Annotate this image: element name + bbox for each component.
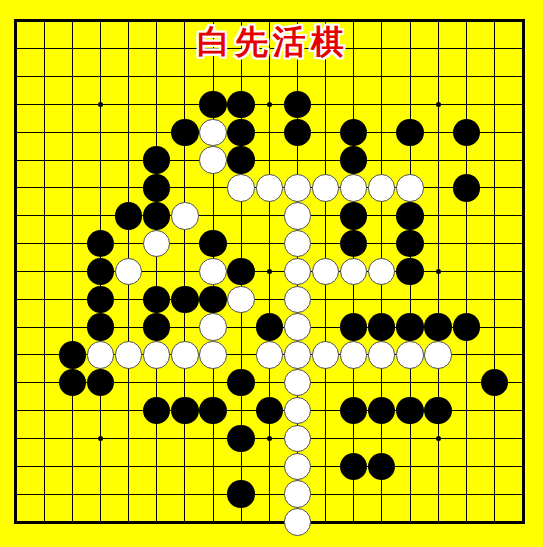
board-intersection[interactable]: [480, 313, 508, 341]
board-intersection[interactable]: [283, 508, 311, 536]
board-intersection[interactable]: [396, 508, 424, 536]
board-intersection[interactable]: [508, 230, 536, 258]
board-intersection[interactable]: [58, 397, 86, 425]
board-intersection[interactable]: [508, 63, 536, 91]
board-intersection[interactable]: [340, 118, 368, 146]
board-intersection[interactable]: [311, 425, 339, 453]
board-intersection[interactable]: [424, 313, 452, 341]
board-intersection[interactable]: [227, 341, 255, 369]
board-intersection[interactable]: [58, 452, 86, 480]
board-intersection[interactable]: [508, 174, 536, 202]
board-intersection[interactable]: [114, 7, 142, 35]
board-intersection[interactable]: [199, 146, 227, 174]
board-intersection[interactable]: [283, 91, 311, 119]
board-intersection[interactable]: [480, 202, 508, 230]
board-intersection[interactable]: [143, 369, 171, 397]
board-intersection[interactable]: [86, 452, 114, 480]
board-intersection[interactable]: [283, 202, 311, 230]
board-intersection[interactable]: [143, 285, 171, 313]
board-intersection[interactable]: [255, 452, 283, 480]
board-intersection[interactable]: [86, 146, 114, 174]
board-intersection[interactable]: [311, 508, 339, 536]
board-intersection[interactable]: [30, 313, 58, 341]
board-intersection[interactable]: [424, 146, 452, 174]
board-intersection[interactable]: [283, 369, 311, 397]
board-intersection[interactable]: [424, 452, 452, 480]
board-intersection[interactable]: [255, 146, 283, 174]
board-intersection[interactable]: [227, 91, 255, 119]
board-intersection[interactable]: [311, 202, 339, 230]
board-intersection[interactable]: [227, 258, 255, 286]
board-intersection[interactable]: [58, 35, 86, 63]
board-intersection[interactable]: [58, 91, 86, 119]
board-intersection[interactable]: [283, 146, 311, 174]
board-intersection[interactable]: [171, 369, 199, 397]
board-intersection[interactable]: [114, 91, 142, 119]
board-intersection[interactable]: [114, 63, 142, 91]
board-intersection[interactable]: [30, 230, 58, 258]
board-intersection[interactable]: [255, 91, 283, 119]
board-intersection[interactable]: [452, 7, 480, 35]
board-intersection[interactable]: [368, 452, 396, 480]
board-intersection[interactable]: [255, 480, 283, 508]
board-intersection[interactable]: [368, 397, 396, 425]
board-intersection[interactable]: [30, 35, 58, 63]
board-intersection[interactable]: [452, 202, 480, 230]
board-intersection[interactable]: [340, 174, 368, 202]
board-intersection[interactable]: [227, 174, 255, 202]
board-intersection[interactable]: [424, 118, 452, 146]
board-intersection[interactable]: [368, 230, 396, 258]
board-intersection[interactable]: [227, 313, 255, 341]
board-intersection[interactable]: [143, 63, 171, 91]
board-intersection[interactable]: [480, 146, 508, 174]
board-intersection[interactable]: [508, 425, 536, 453]
board-intersection[interactable]: [480, 425, 508, 453]
board-intersection[interactable]: [58, 285, 86, 313]
board-intersection[interactable]: [368, 146, 396, 174]
board-intersection[interactable]: [86, 397, 114, 425]
board-intersection[interactable]: [143, 341, 171, 369]
board-intersection[interactable]: [452, 425, 480, 453]
board-intersection[interactable]: [227, 230, 255, 258]
board-intersection[interactable]: [311, 174, 339, 202]
board-intersection[interactable]: [143, 397, 171, 425]
go-board[interactable]: [2, 7, 537, 536]
board-intersection[interactable]: [311, 480, 339, 508]
board-intersection[interactable]: [452, 258, 480, 286]
board-intersection[interactable]: [171, 480, 199, 508]
board-intersection[interactable]: [424, 397, 452, 425]
board-intersection[interactable]: [58, 508, 86, 536]
board-intersection[interactable]: [368, 91, 396, 119]
board-intersection[interactable]: [227, 202, 255, 230]
board-intersection[interactable]: [283, 174, 311, 202]
board-intersection[interactable]: [283, 397, 311, 425]
board-intersection[interactable]: [396, 258, 424, 286]
board-intersection[interactable]: [143, 480, 171, 508]
board-intersection[interactable]: [86, 313, 114, 341]
board-intersection[interactable]: [480, 508, 508, 536]
board-intersection[interactable]: [452, 118, 480, 146]
board-intersection[interactable]: [2, 174, 30, 202]
board-intersection[interactable]: [508, 91, 536, 119]
board-intersection[interactable]: [86, 230, 114, 258]
board-intersection[interactable]: [255, 369, 283, 397]
board-intersection[interactable]: [255, 118, 283, 146]
board-intersection[interactable]: [340, 341, 368, 369]
board-intersection[interactable]: [2, 146, 30, 174]
board-intersection[interactable]: [283, 285, 311, 313]
board-intersection[interactable]: [340, 63, 368, 91]
board-intersection[interactable]: [480, 452, 508, 480]
board-intersection[interactable]: [199, 341, 227, 369]
board-intersection[interactable]: [283, 452, 311, 480]
board-intersection[interactable]: [2, 452, 30, 480]
board-intersection[interactable]: [452, 146, 480, 174]
board-intersection[interactable]: [227, 480, 255, 508]
board-intersection[interactable]: [171, 341, 199, 369]
board-intersection[interactable]: [452, 397, 480, 425]
board-intersection[interactable]: [480, 35, 508, 63]
board-intersection[interactable]: [508, 508, 536, 536]
board-intersection[interactable]: [171, 508, 199, 536]
board-intersection[interactable]: [143, 230, 171, 258]
board-intersection[interactable]: [452, 452, 480, 480]
board-intersection[interactable]: [2, 91, 30, 119]
board-intersection[interactable]: [171, 174, 199, 202]
board-intersection[interactable]: [30, 118, 58, 146]
board-intersection[interactable]: [143, 202, 171, 230]
board-intersection[interactable]: [424, 480, 452, 508]
board-intersection[interactable]: [171, 397, 199, 425]
board-intersection[interactable]: [30, 508, 58, 536]
board-intersection[interactable]: [340, 397, 368, 425]
board-intersection[interactable]: [199, 118, 227, 146]
board-intersection[interactable]: [480, 230, 508, 258]
board-intersection[interactable]: [114, 369, 142, 397]
board-intersection[interactable]: [30, 480, 58, 508]
board-intersection[interactable]: [58, 230, 86, 258]
board-intersection[interactable]: [2, 425, 30, 453]
board-intersection[interactable]: [508, 258, 536, 286]
board-intersection[interactable]: [452, 508, 480, 536]
board-intersection[interactable]: [424, 230, 452, 258]
board-intersection[interactable]: [58, 258, 86, 286]
board-intersection[interactable]: [86, 341, 114, 369]
board-intersection[interactable]: [424, 258, 452, 286]
board-intersection[interactable]: [396, 91, 424, 119]
board-intersection[interactable]: [424, 508, 452, 536]
board-intersection[interactable]: [508, 7, 536, 35]
board-intersection[interactable]: [396, 146, 424, 174]
board-intersection[interactable]: [86, 480, 114, 508]
board-intersection[interactable]: [114, 258, 142, 286]
board-intersection[interactable]: [171, 230, 199, 258]
board-intersection[interactable]: [508, 35, 536, 63]
board-intersection[interactable]: [114, 174, 142, 202]
board-intersection[interactable]: [227, 369, 255, 397]
board-intersection[interactable]: [114, 313, 142, 341]
board-intersection[interactable]: [86, 508, 114, 536]
board-intersection[interactable]: [58, 341, 86, 369]
board-intersection[interactable]: [143, 258, 171, 286]
board-intersection[interactable]: [508, 480, 536, 508]
board-intersection[interactable]: [340, 425, 368, 453]
board-intersection[interactable]: [255, 508, 283, 536]
board-intersection[interactable]: [311, 313, 339, 341]
board-intersection[interactable]: [227, 63, 255, 91]
board-intersection[interactable]: [368, 202, 396, 230]
board-intersection[interactable]: [396, 35, 424, 63]
board-intersection[interactable]: [86, 91, 114, 119]
board-intersection[interactable]: [283, 425, 311, 453]
board-intersection[interactable]: [452, 91, 480, 119]
board-intersection[interactable]: [2, 397, 30, 425]
board-intersection[interactable]: [452, 369, 480, 397]
board-intersection[interactable]: [340, 230, 368, 258]
board-intersection[interactable]: [452, 480, 480, 508]
board-intersection[interactable]: [311, 230, 339, 258]
board-intersection[interactable]: [311, 452, 339, 480]
board-intersection[interactable]: [114, 508, 142, 536]
board-intersection[interactable]: [424, 285, 452, 313]
board-intersection[interactable]: [171, 202, 199, 230]
board-intersection[interactable]: [255, 397, 283, 425]
board-intersection[interactable]: [283, 118, 311, 146]
board-intersection[interactable]: [58, 7, 86, 35]
board-intersection[interactable]: [368, 341, 396, 369]
board-intersection[interactable]: [227, 397, 255, 425]
board-intersection[interactable]: [143, 313, 171, 341]
board-intersection[interactable]: [424, 174, 452, 202]
board-intersection[interactable]: [480, 258, 508, 286]
board-intersection[interactable]: [114, 146, 142, 174]
board-intersection[interactable]: [199, 63, 227, 91]
board-intersection[interactable]: [480, 341, 508, 369]
board-intersection[interactable]: [171, 118, 199, 146]
board-intersection[interactable]: [283, 258, 311, 286]
board-intersection[interactable]: [396, 425, 424, 453]
board-intersection[interactable]: [199, 258, 227, 286]
board-intersection[interactable]: [143, 425, 171, 453]
board-intersection[interactable]: [86, 7, 114, 35]
board-intersection[interactable]: [86, 174, 114, 202]
board-intersection[interactable]: [340, 313, 368, 341]
board-intersection[interactable]: [2, 230, 30, 258]
board-intersection[interactable]: [2, 258, 30, 286]
board-intersection[interactable]: [30, 285, 58, 313]
board-intersection[interactable]: [58, 202, 86, 230]
board-intersection[interactable]: [396, 397, 424, 425]
board-intersection[interactable]: [255, 425, 283, 453]
board-intersection[interactable]: [311, 341, 339, 369]
board-intersection[interactable]: [452, 63, 480, 91]
board-intersection[interactable]: [2, 480, 30, 508]
board-intersection[interactable]: [2, 508, 30, 536]
board-intersection[interactable]: [396, 230, 424, 258]
board-intersection[interactable]: [199, 174, 227, 202]
board-intersection[interactable]: [340, 91, 368, 119]
board-intersection[interactable]: [58, 146, 86, 174]
board-intersection[interactable]: [227, 425, 255, 453]
board-intersection[interactable]: [368, 174, 396, 202]
board-intersection[interactable]: [143, 508, 171, 536]
board-intersection[interactable]: [508, 397, 536, 425]
board-intersection[interactable]: [508, 369, 536, 397]
board-intersection[interactable]: [452, 174, 480, 202]
board-intersection[interactable]: [227, 452, 255, 480]
board-intersection[interactable]: [171, 258, 199, 286]
board-intersection[interactable]: [311, 146, 339, 174]
board-intersection[interactable]: [508, 118, 536, 146]
board-intersection[interactable]: [58, 63, 86, 91]
board-intersection[interactable]: [143, 174, 171, 202]
board-intersection[interactable]: [396, 480, 424, 508]
board-intersection[interactable]: [86, 63, 114, 91]
board-intersection[interactable]: [340, 369, 368, 397]
board-intersection[interactable]: [368, 480, 396, 508]
board-intersection[interactable]: [114, 452, 142, 480]
board-intersection[interactable]: [396, 63, 424, 91]
board-intersection[interactable]: [340, 202, 368, 230]
board-intersection[interactable]: [30, 7, 58, 35]
board-intersection[interactable]: [58, 118, 86, 146]
board-intersection[interactable]: [2, 118, 30, 146]
board-intersection[interactable]: [30, 202, 58, 230]
board-intersection[interactable]: [283, 313, 311, 341]
board-intersection[interactable]: [2, 285, 30, 313]
board-intersection[interactable]: [424, 63, 452, 91]
board-intersection[interactable]: [255, 202, 283, 230]
board-intersection[interactable]: [368, 425, 396, 453]
board-intersection[interactable]: [508, 202, 536, 230]
board-intersection[interactable]: [199, 452, 227, 480]
board-intersection[interactable]: [452, 35, 480, 63]
board-intersection[interactable]: [283, 63, 311, 91]
board-intersection[interactable]: [58, 313, 86, 341]
board-intersection[interactable]: [424, 7, 452, 35]
board-intersection[interactable]: [480, 369, 508, 397]
board-intersection[interactable]: [396, 202, 424, 230]
board-intersection[interactable]: [114, 118, 142, 146]
board-intersection[interactable]: [171, 91, 199, 119]
board-intersection[interactable]: [30, 91, 58, 119]
board-intersection[interactable]: [340, 508, 368, 536]
board-intersection[interactable]: [396, 313, 424, 341]
board-intersection[interactable]: [255, 258, 283, 286]
board-intersection[interactable]: [255, 313, 283, 341]
board-intersection[interactable]: [58, 174, 86, 202]
board-intersection[interactable]: [86, 118, 114, 146]
board-intersection[interactable]: [114, 397, 142, 425]
board-intersection[interactable]: [114, 230, 142, 258]
board-intersection[interactable]: [2, 369, 30, 397]
board-intersection[interactable]: [255, 341, 283, 369]
board-intersection[interactable]: [396, 341, 424, 369]
board-intersection[interactable]: [480, 397, 508, 425]
board-intersection[interactable]: [424, 369, 452, 397]
board-intersection[interactable]: [452, 285, 480, 313]
board-intersection[interactable]: [396, 118, 424, 146]
board-intersection[interactable]: [283, 480, 311, 508]
board-intersection[interactable]: [143, 146, 171, 174]
board-intersection[interactable]: [340, 285, 368, 313]
board-intersection[interactable]: [424, 341, 452, 369]
board-intersection[interactable]: [2, 7, 30, 35]
board-intersection[interactable]: [340, 146, 368, 174]
board-intersection[interactable]: [368, 369, 396, 397]
board-intersection[interactable]: [199, 480, 227, 508]
board-intersection[interactable]: [508, 341, 536, 369]
board-intersection[interactable]: [30, 174, 58, 202]
board-intersection[interactable]: [114, 35, 142, 63]
board-intersection[interactable]: [311, 285, 339, 313]
board-intersection[interactable]: [340, 258, 368, 286]
board-intersection[interactable]: [311, 118, 339, 146]
board-intersection[interactable]: [508, 285, 536, 313]
board-intersection[interactable]: [171, 452, 199, 480]
board-intersection[interactable]: [508, 313, 536, 341]
board-intersection[interactable]: [2, 35, 30, 63]
board-intersection[interactable]: [452, 313, 480, 341]
board-intersection[interactable]: [171, 285, 199, 313]
board-intersection[interactable]: [86, 285, 114, 313]
board-intersection[interactable]: [86, 258, 114, 286]
board-intersection[interactable]: [396, 285, 424, 313]
board-intersection[interactable]: [30, 452, 58, 480]
board-intersection[interactable]: [143, 91, 171, 119]
board-intersection[interactable]: [480, 118, 508, 146]
board-intersection[interactable]: [227, 146, 255, 174]
board-intersection[interactable]: [368, 63, 396, 91]
board-intersection[interactable]: [199, 425, 227, 453]
board-intersection[interactable]: [508, 452, 536, 480]
board-intersection[interactable]: [86, 369, 114, 397]
board-intersection[interactable]: [30, 341, 58, 369]
board-intersection[interactable]: [30, 397, 58, 425]
board-intersection[interactable]: [480, 91, 508, 119]
board-intersection[interactable]: [368, 313, 396, 341]
board-intersection[interactable]: [199, 369, 227, 397]
board-intersection[interactable]: [30, 369, 58, 397]
board-intersection[interactable]: [311, 397, 339, 425]
board-intersection[interactable]: [255, 63, 283, 91]
board-intersection[interactable]: [86, 202, 114, 230]
board-intersection[interactable]: [255, 285, 283, 313]
board-intersection[interactable]: [480, 7, 508, 35]
board-intersection[interactable]: [255, 230, 283, 258]
board-intersection[interactable]: [368, 118, 396, 146]
board-intersection[interactable]: [30, 63, 58, 91]
board-intersection[interactable]: [114, 425, 142, 453]
board-intersection[interactable]: [199, 313, 227, 341]
board-intersection[interactable]: [311, 63, 339, 91]
board-intersection[interactable]: [480, 63, 508, 91]
board-intersection[interactable]: [227, 118, 255, 146]
board-intersection[interactable]: [508, 146, 536, 174]
board-intersection[interactable]: [340, 452, 368, 480]
board-intersection[interactable]: [480, 174, 508, 202]
board-intersection[interactable]: [58, 369, 86, 397]
board-intersection[interactable]: [199, 230, 227, 258]
board-intersection[interactable]: [424, 202, 452, 230]
board-intersection[interactable]: [396, 7, 424, 35]
board-intersection[interactable]: [227, 285, 255, 313]
board-intersection[interactable]: [114, 285, 142, 313]
board-intersection[interactable]: [114, 202, 142, 230]
board-intersection[interactable]: [199, 397, 227, 425]
